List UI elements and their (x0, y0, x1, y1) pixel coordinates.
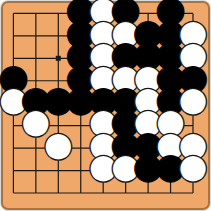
white-stone: ● (43, 133, 74, 155)
intersection-B8[interactable] (25, 25, 47, 47)
intersection-J2[interactable]: ● (182, 159, 204, 181)
intersection-C1[interactable] (47, 182, 69, 204)
intersection-B9[interactable] (25, 2, 47, 24)
intersection-A1[interactable] (2, 182, 24, 204)
intersection-B1[interactable] (25, 182, 47, 204)
board-intersections: ●●●●●●●●●●●●●●●●●●●●●●●●●●●●●●●●●●●●●●●●… (2, 2, 204, 204)
intersection-C3[interactable]: ● (47, 137, 69, 159)
white-stone: ● (178, 155, 209, 177)
intersection-A9[interactable] (2, 2, 24, 24)
go-board: ●●●●●●●●●●●●●●●●●●●●●●●●●●●●●●●●●●●●●●●●… (0, 0, 211, 211)
intersection-A8[interactable] (2, 25, 24, 47)
intersection-A2[interactable] (2, 159, 24, 181)
